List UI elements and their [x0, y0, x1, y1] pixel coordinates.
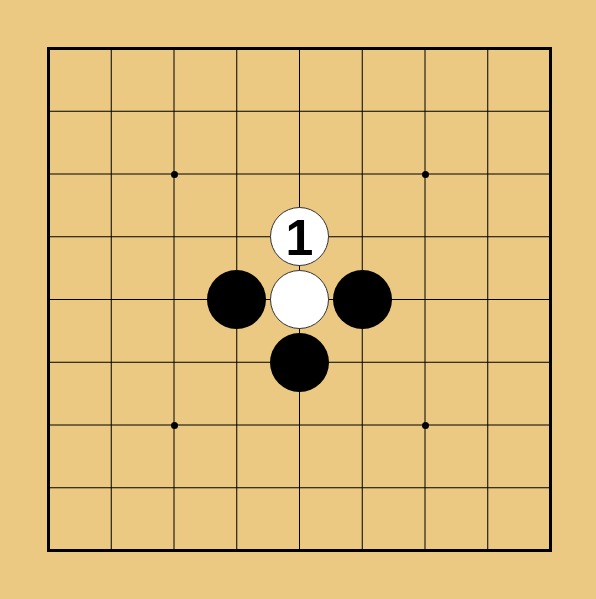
black-stone [207, 270, 266, 329]
black-stone [270, 333, 329, 392]
black-stone [333, 270, 392, 329]
star-point [422, 422, 429, 429]
star-point [422, 171, 429, 178]
go-board-diagram: 1 [0, 0, 596, 599]
star-point [171, 171, 178, 178]
move-number-label: 1 [286, 211, 314, 263]
go-board[interactable]: 1 [17, 17, 582, 582]
white-stone [270, 270, 329, 329]
white-stone: 1 [270, 207, 329, 266]
star-point [171, 422, 178, 429]
